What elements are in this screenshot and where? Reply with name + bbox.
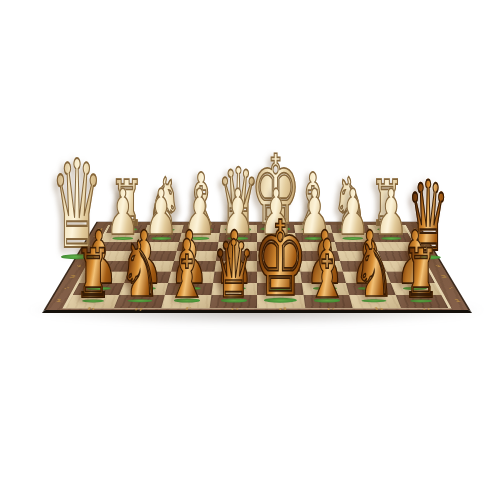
square-c3 (300, 271, 346, 282)
square-e3 (213, 271, 257, 282)
square-f6 (177, 242, 218, 251)
coordinate-label-c: c (327, 307, 336, 311)
square-b2 (346, 283, 395, 295)
coordinate-label-6: 6 (423, 245, 431, 248)
square-h4 (85, 261, 132, 271)
square-d2 (257, 283, 303, 295)
coordinate-label-8: 8 (413, 228, 420, 230)
square-h3 (79, 271, 128, 282)
coordinate-label-7: 7 (91, 236, 98, 238)
square-f7 (179, 233, 219, 242)
square-c8 (294, 225, 333, 233)
coordinate-label-b: b (374, 307, 384, 311)
square-b8 (330, 225, 370, 233)
square-h8 (106, 225, 147, 233)
square-h7 (101, 233, 143, 242)
square-d6 (257, 242, 297, 251)
square-h5 (91, 251, 136, 261)
square-b3 (343, 271, 390, 282)
square-b4 (340, 261, 386, 271)
coordinate-label-8: 8 (96, 228, 103, 230)
square-a5 (378, 251, 423, 261)
square-d3 (257, 271, 301, 282)
square-f8 (181, 225, 220, 233)
square-d7 (257, 233, 296, 242)
square-g2 (119, 283, 168, 295)
square-a3 (386, 271, 435, 282)
coordinate-label-5: 5 (428, 254, 436, 257)
square-d4 (257, 261, 300, 271)
square-b5 (337, 251, 381, 261)
square-e2 (211, 283, 257, 295)
coordinate-label-3: 3 (440, 275, 449, 278)
square-a2 (390, 283, 441, 295)
square-g6 (136, 242, 179, 251)
square-e7 (218, 233, 257, 242)
coordinate-label-2: 2 (62, 286, 71, 289)
square-e5 (216, 251, 257, 261)
chess-board: hgfedcba1234567812345678 (42, 222, 472, 313)
coordinate-label-7: 7 (418, 236, 425, 238)
square-e6 (217, 242, 257, 251)
board-frame (62, 225, 451, 309)
square-b6 (335, 242, 378, 251)
square-a6 (374, 242, 418, 251)
square-a8 (367, 225, 408, 233)
coordinate-label-h: h (86, 307, 97, 311)
square-f4 (171, 261, 215, 271)
coordinate-label-e: e (231, 307, 239, 311)
square-g5 (133, 251, 177, 261)
square-c6 (296, 242, 337, 251)
board-grid (66, 225, 448, 308)
square-d5 (257, 251, 298, 261)
coordinate-label-1: 1 (453, 299, 463, 303)
square-c4 (298, 261, 342, 271)
square-c7 (295, 233, 335, 242)
square-g7 (140, 233, 181, 242)
square-e4 (214, 261, 257, 271)
coordinate-label-4: 4 (75, 264, 83, 267)
coordinate-label-a: a (422, 307, 432, 311)
board-scene: hgfedcba1234567812345678 (42, 0, 472, 313)
square-b7 (333, 233, 374, 242)
product-photo: hgfedcba1234567812345678 ♜♞♝♛♚♝♞♜♟♟♟♟♟♟♟… (0, 0, 500, 500)
square-h6 (96, 242, 140, 251)
square-f3 (168, 271, 214, 282)
square-g3 (124, 271, 171, 282)
square-a4 (381, 261, 428, 271)
square-f2 (165, 283, 213, 295)
coordinate-label-4: 4 (434, 264, 442, 267)
square-f5 (174, 251, 217, 261)
square-c5 (297, 251, 340, 261)
coordinate-label-d: d (278, 307, 287, 311)
coordinate-label-5: 5 (81, 254, 89, 257)
coordinate-label-f: f (184, 307, 190, 311)
coordinate-label-2: 2 (446, 286, 455, 289)
square-g8 (144, 225, 184, 233)
square-g4 (128, 261, 174, 271)
square-c2 (301, 283, 349, 295)
coordinate-label-g: g (134, 307, 144, 311)
coordinate-label-3: 3 (68, 275, 77, 278)
coordinate-label-6: 6 (86, 245, 94, 248)
coordinate-label-1: 1 (54, 299, 63, 303)
square-a7 (370, 233, 412, 242)
square-e8 (219, 225, 257, 233)
square-h2 (73, 283, 124, 295)
square-d8 (257, 225, 295, 233)
